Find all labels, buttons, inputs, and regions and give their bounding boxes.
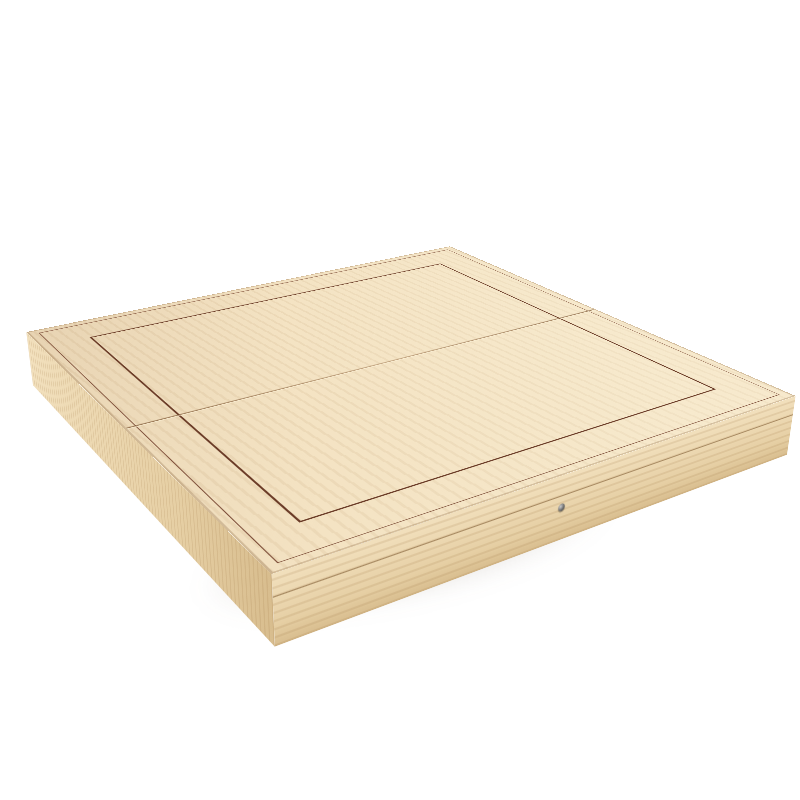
chess-board — [26, 246, 795, 574]
scene — [0, 0, 800, 800]
clasp-screw — [558, 503, 565, 513]
product-photo — [0, 0, 800, 800]
board-surface — [26, 246, 795, 574]
